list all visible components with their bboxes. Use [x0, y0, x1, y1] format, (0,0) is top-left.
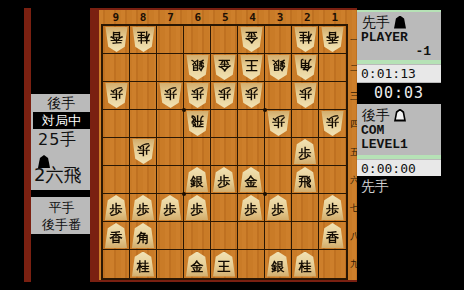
koma-kanji: 金	[191, 258, 204, 277]
file-label: 2	[294, 11, 321, 24]
file-label: 3	[266, 11, 293, 24]
square-1-9[interactable]	[319, 250, 346, 278]
koma-kanji: 王	[245, 55, 258, 74]
square-8-3[interactable]	[130, 82, 157, 110]
koma-kanji: 銀	[191, 55, 204, 74]
square-6-3[interactable]: 歩	[184, 82, 211, 110]
square-1-4[interactable]: 歩	[319, 110, 346, 138]
koma-fu-gote: 歩	[321, 111, 344, 136]
square-6-5[interactable]	[184, 138, 211, 166]
sente-header: 先手	[357, 12, 441, 31]
koma-kanji: 香	[110, 229, 123, 248]
square-7-1[interactable]	[157, 26, 184, 54]
square-6-6[interactable]: 銀	[184, 166, 211, 194]
koma-kei-gote: 桂	[132, 27, 155, 52]
square-1-1[interactable]: 香	[319, 26, 346, 54]
koma-kanji: 歩	[218, 83, 231, 102]
koma-kin-sente: 金	[240, 167, 263, 192]
koma-kanji: 歩	[245, 201, 258, 220]
koma-kanji: 角	[299, 55, 312, 74]
sente-label: 先手	[362, 14, 390, 30]
square-6-1[interactable]	[184, 26, 211, 54]
koma-kanji: 歩	[245, 83, 258, 102]
koma-fu-sente: 歩	[213, 167, 236, 192]
square-4-1[interactable]: 金	[238, 26, 265, 54]
gote-player-name-line1: COM	[357, 124, 441, 138]
square-3-9[interactable]: 銀	[265, 250, 292, 278]
koma-fu-sente: 歩	[321, 195, 344, 220]
koma-gin-gote: 銀	[186, 55, 209, 80]
koma-kanji: 歩	[110, 83, 123, 102]
square-5-5[interactable]	[211, 138, 238, 166]
move-counter: 25手	[31, 129, 92, 148]
koma-kanji: 金	[245, 27, 258, 46]
gote-label: 後手	[362, 107, 390, 123]
koma-hi-sente: 飛	[294, 167, 317, 192]
koma-kanji: 歩	[218, 173, 231, 192]
gote-player-name-line2: LEVEL1	[357, 138, 441, 154]
koma-fu-sente: 歩	[294, 139, 317, 164]
square-3-4[interactable]: 歩	[265, 110, 292, 138]
square-4-4[interactable]	[238, 110, 265, 138]
square-4-2[interactable]: 王	[238, 54, 265, 82]
captured-pieces-area: 先手	[357, 176, 441, 282]
koma-hi-gote: 飛	[186, 111, 209, 136]
koma-fu-gote: 歩	[240, 83, 263, 108]
koma-fu-gote: 歩	[105, 83, 128, 108]
koma-gin-sente: 銀	[186, 167, 209, 192]
divider-bar	[357, 155, 441, 159]
star-point	[263, 192, 267, 196]
koma-fu-gote: 歩	[213, 83, 236, 108]
koma-kanji: 飛	[299, 173, 312, 192]
koma-fu-gote: 歩	[267, 111, 290, 136]
last-move-side-row	[31, 148, 92, 164]
koma-kanji: 歩	[137, 201, 150, 220]
square-6-4[interactable]: 飛	[184, 110, 211, 138]
koma-kanji: 歩	[326, 111, 339, 130]
square-9-3[interactable]: 歩	[103, 82, 130, 110]
square-5-7[interactable]	[211, 194, 238, 222]
koma-kanji: 金	[218, 55, 231, 74]
koma-ou-gote: 王	[240, 55, 263, 80]
handicap-label: 平手	[31, 197, 92, 216]
koma-kyo-gote: 香	[321, 27, 344, 52]
file-labels: 987654321	[102, 11, 349, 24]
square-5-6[interactable]: 歩	[211, 166, 238, 194]
square-1-5[interactable]	[319, 138, 346, 166]
square-1-6[interactable]	[319, 166, 346, 194]
koma-kanji: 香	[326, 229, 339, 248]
square-7-4[interactable]	[157, 110, 184, 138]
sente-piece-icon	[38, 155, 50, 168]
sente-total-time: 0:01:13	[357, 65, 441, 82]
square-9-5[interactable]	[103, 138, 130, 166]
square-8-8[interactable]: 角	[130, 222, 157, 250]
koma-kanji: 銀	[272, 258, 285, 277]
koma-fu-sente: 歩	[186, 195, 209, 220]
opponent-side-label: 後手	[31, 94, 92, 111]
file-label: 1	[321, 11, 348, 24]
koma-kanji: 桂	[137, 27, 150, 46]
square-7-5[interactable]	[157, 138, 184, 166]
square-7-2[interactable]	[157, 54, 184, 82]
square-3-5[interactable]	[265, 138, 292, 166]
square-5-8[interactable]	[211, 222, 238, 250]
sente-tray-label: 先手	[357, 176, 441, 196]
koma-kanji: 歩	[191, 83, 204, 102]
square-9-9[interactable]	[103, 250, 130, 278]
koma-fu-gote: 歩	[132, 139, 155, 164]
square-4-6[interactable]: 金	[238, 166, 265, 194]
sente-player-name-line2: -1	[357, 45, 441, 59]
koma-kanji: 歩	[164, 201, 177, 220]
square-2-3[interactable]: 歩	[292, 82, 319, 110]
koma-fu-gote: 歩	[159, 83, 182, 108]
square-8-6[interactable]	[130, 166, 157, 194]
square-3-6[interactable]	[265, 166, 292, 194]
koma-kei-gote: 桂	[294, 27, 317, 52]
gote-total-time: 0:00:00	[357, 160, 441, 177]
turn-indicator: 後手番	[31, 216, 92, 233]
square-5-3[interactable]: 歩	[211, 82, 238, 110]
square-4-8[interactable]	[238, 222, 265, 250]
square-4-5[interactable]	[238, 138, 265, 166]
square-2-2[interactable]: 角	[292, 54, 319, 82]
square-3-1[interactable]	[265, 26, 292, 54]
file-label: 4	[239, 11, 266, 24]
square-3-2[interactable]: 銀	[265, 54, 292, 82]
square-2-1[interactable]: 桂	[292, 26, 319, 54]
file-label: 7	[157, 11, 184, 24]
sente-player-name-line1: PLAYER	[357, 31, 441, 45]
board-frame: 987654321 香桂金桂香銀金王銀角歩歩歩歩歩歩飛歩歩歩歩銀歩金飛歩歩歩歩歩…	[90, 8, 357, 282]
koma-kanji: 桂	[299, 258, 312, 277]
koma-kyo-gote: 香	[105, 27, 128, 52]
screen-frame-strip	[24, 8, 31, 282]
koma-kin-sente: 金	[186, 252, 209, 277]
koma-kanji: 角	[137, 229, 150, 248]
square-7-3[interactable]: 歩	[157, 82, 184, 110]
square-2-8[interactable]	[292, 222, 319, 250]
square-8-9[interactable]: 桂	[130, 250, 157, 278]
square-7-6[interactable]	[157, 166, 184, 194]
koma-kanji: 歩	[272, 201, 285, 220]
square-4-3[interactable]: 歩	[238, 82, 265, 110]
square-4-9[interactable]	[238, 250, 265, 278]
left-info-panel: 後手 対局中 25手 2六飛	[31, 94, 92, 190]
divider-bar	[357, 60, 441, 64]
star-point	[182, 192, 186, 196]
koma-kanji: 歩	[299, 145, 312, 164]
koma-fu-sente: 歩	[132, 195, 155, 220]
koma-fu-gote: 歩	[294, 83, 317, 108]
square-5-2[interactable]: 金	[211, 54, 238, 82]
square-5-4[interactable]	[211, 110, 238, 138]
koma-kyo-sente: 香	[105, 223, 128, 248]
board-background: 987654321 香桂金桂香銀金王銀角歩歩歩歩歩歩飛歩歩歩歩銀歩金飛歩歩歩歩歩…	[99, 10, 357, 280]
square-1-2[interactable]	[319, 54, 346, 82]
square-9-1[interactable]: 香	[103, 26, 130, 54]
square-9-4[interactable]	[103, 110, 130, 138]
square-3-7[interactable]: 歩	[265, 194, 292, 222]
shogi-game-screen: { "game": "shogi", "position": { "sfen":…	[0, 0, 464, 290]
file-label: 9	[102, 11, 129, 24]
koma-kaku-gote: 角	[294, 55, 317, 80]
koma-kanji: 歩	[191, 201, 204, 220]
clock-panel: 先手 PLAYER -1 0:01:13 00:03 後手 COM LEVEL1…	[357, 10, 441, 176]
koma-kanji: 歩	[299, 83, 312, 102]
star-point	[263, 108, 267, 112]
square-9-2[interactable]	[103, 54, 130, 82]
square-7-8[interactable]	[157, 222, 184, 250]
game-info-panel: 平手 後手番	[31, 197, 92, 234]
koma-kaku-sente: 角	[132, 223, 155, 248]
koma-kanji: 桂	[137, 258, 150, 277]
square-4-7[interactable]: 歩	[238, 194, 265, 222]
koma-kanji: 香	[110, 27, 123, 46]
koma-fu-sente: 歩	[159, 195, 182, 220]
square-5-9[interactable]: 王	[211, 250, 238, 278]
square-6-2[interactable]: 銀	[184, 54, 211, 82]
koma-gin-sente: 銀	[267, 252, 290, 277]
koma-kin-gote: 金	[213, 55, 236, 80]
shogi-board: 香桂金桂香銀金王銀角歩歩歩歩歩歩飛歩歩歩歩銀歩金飛歩歩歩歩歩歩歩香角香桂金王銀桂	[101, 24, 348, 280]
square-8-5[interactable]: 歩	[130, 138, 157, 166]
koma-fu-sente: 歩	[240, 195, 263, 220]
koma-kin-gote: 金	[240, 27, 263, 52]
square-1-8[interactable]: 香	[319, 222, 346, 250]
koma-kanji: 歩	[164, 83, 177, 102]
koma-kanji: 香	[326, 27, 339, 46]
square-2-7[interactable]	[292, 194, 319, 222]
square-1-3[interactable]	[319, 82, 346, 110]
square-6-7[interactable]: 歩	[184, 194, 211, 222]
square-8-1[interactable]: 桂	[130, 26, 157, 54]
square-8-7[interactable]: 歩	[130, 194, 157, 222]
square-3-8[interactable]	[265, 222, 292, 250]
koma-kanji: 歩	[110, 201, 123, 220]
square-6-9[interactable]: 金	[184, 250, 211, 278]
square-8-4[interactable]	[130, 110, 157, 138]
gote-piece-icon	[394, 109, 406, 122]
koma-kyo-sente: 香	[321, 223, 344, 248]
koma-kanji: 銀	[191, 173, 204, 192]
file-label: 8	[129, 11, 156, 24]
square-3-3[interactable]	[265, 82, 292, 110]
koma-kei-sente: 桂	[132, 252, 155, 277]
koma-kanji: 飛	[191, 111, 204, 130]
file-label: 6	[184, 11, 211, 24]
koma-kanji: 金	[245, 173, 258, 192]
square-9-6[interactable]	[103, 166, 130, 194]
koma-gin-gote: 銀	[267, 55, 290, 80]
square-9-7[interactable]: 歩	[103, 194, 130, 222]
square-7-9[interactable]	[157, 250, 184, 278]
game-status-badge: 対局中	[33, 112, 90, 129]
gote-header: 後手	[357, 105, 441, 124]
sente-piece-icon	[394, 16, 406, 29]
koma-fu-sente: 歩	[267, 195, 290, 220]
koma-kanji: 銀	[272, 55, 285, 74]
koma-fu-sente: 歩	[105, 195, 128, 220]
square-2-6[interactable]: 飛	[292, 166, 319, 194]
koma-kei-sente: 桂	[294, 252, 317, 277]
koma-kanji: 歩	[272, 111, 285, 130]
file-label: 5	[212, 11, 239, 24]
koma-kanji: 王	[218, 258, 231, 277]
square-2-4[interactable]	[292, 110, 319, 138]
square-6-8[interactable]	[184, 222, 211, 250]
koma-kanji: 歩	[326, 201, 339, 220]
square-8-2[interactable]	[130, 54, 157, 82]
square-2-5[interactable]: 歩	[292, 138, 319, 166]
koma-kanji: 桂	[299, 27, 312, 46]
koma-ou-sente: 王	[213, 252, 236, 277]
square-9-8[interactable]: 香	[103, 222, 130, 250]
active-move-clock: 00:03	[357, 83, 441, 104]
square-5-1[interactable]	[211, 26, 238, 54]
star-point	[182, 108, 186, 112]
square-7-7[interactable]: 歩	[157, 194, 184, 222]
square-1-7[interactable]: 歩	[319, 194, 346, 222]
koma-kanji: 歩	[137, 139, 150, 158]
square-2-9[interactable]: 桂	[292, 250, 319, 278]
koma-fu-gote: 歩	[186, 83, 209, 108]
